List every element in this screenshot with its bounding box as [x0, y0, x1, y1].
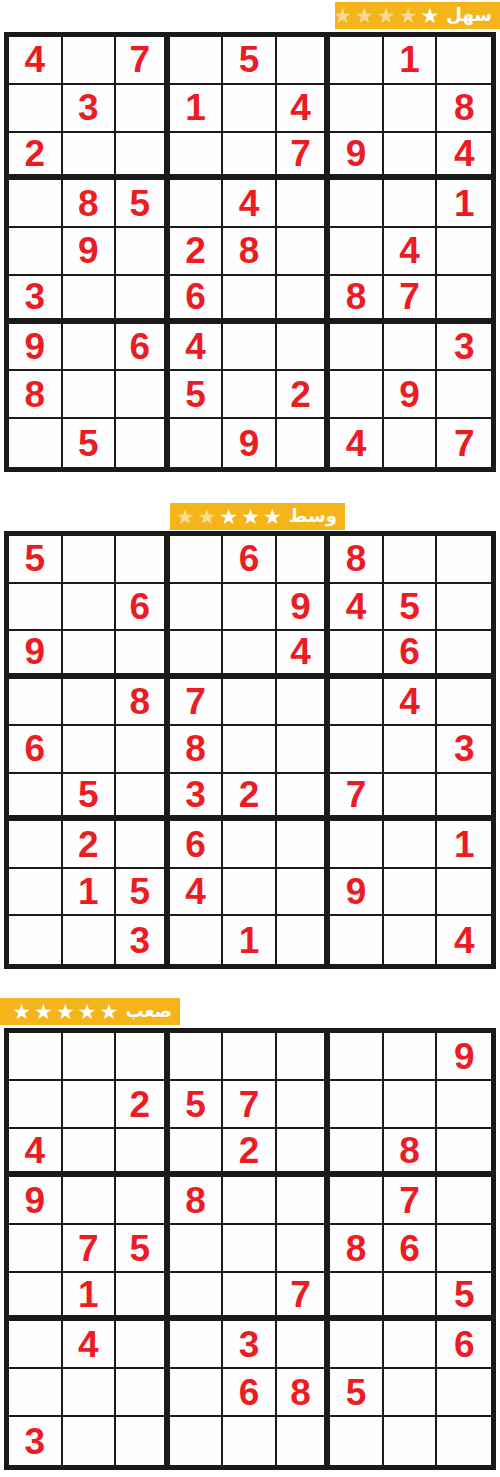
sudoku-board-easy: 475131482794854192843687964385295947: [4, 32, 496, 472]
sudoku-cell-empty[interactable]: [116, 1321, 170, 1369]
sudoku-cell-empty[interactable]: [437, 1225, 491, 1273]
sudoku-cell-given[interactable]: 2: [277, 371, 331, 419]
sudoku-cell-empty[interactable]: [170, 180, 224, 228]
sudoku-cell-given[interactable]: 5: [63, 774, 117, 822]
star-icon: ★: [78, 1001, 97, 1022]
sudoku-cell-given[interactable]: 8: [437, 85, 491, 133]
sudoku-cell-empty[interactable]: [63, 371, 117, 419]
sudoku-cell-empty[interactable]: [9, 1321, 63, 1369]
sudoku-cell-given[interactable]: 5: [116, 869, 170, 917]
sudoku-cell-given[interactable]: 9: [9, 324, 63, 372]
star-icon: ★: [333, 5, 352, 26]
sudoku-cell-empty[interactable]: [277, 679, 331, 727]
sudoku-cell-given[interactable]: 3: [9, 276, 63, 324]
sudoku-cell-given[interactable]: 2: [170, 228, 224, 276]
sudoku-cell-given[interactable]: 8: [330, 1225, 384, 1273]
star-icon: ★: [34, 1001, 53, 1022]
sudoku-cell-given[interactable]: 9: [384, 371, 438, 419]
sudoku-cell-empty[interactable]: [437, 774, 491, 822]
sudoku-cell-empty[interactable]: [170, 1129, 224, 1177]
sudoku-cell-given[interactable]: 8: [9, 371, 63, 419]
sudoku-cell-empty[interactable]: [63, 1369, 117, 1417]
sudoku-cell-empty[interactable]: [9, 180, 63, 228]
sudoku-cell-given[interactable]: 5: [384, 584, 438, 632]
sudoku-cell-empty[interactable]: [277, 37, 331, 85]
sudoku-cell-empty[interactable]: [170, 916, 224, 964]
sudoku-cell-given[interactable]: 1: [63, 869, 117, 917]
sudoku-cell-given[interactable]: 3: [63, 85, 117, 133]
star-icon: ★: [176, 506, 195, 527]
sudoku-cell-empty[interactable]: [116, 371, 170, 419]
sudoku-cell-empty[interactable]: [116, 228, 170, 276]
sudoku-cell-given[interactable]: 7: [384, 1177, 438, 1225]
sudoku-cell-given[interactable]: 2: [223, 1129, 277, 1177]
sudoku-cell-empty[interactable]: [223, 584, 277, 632]
sudoku-cell-empty[interactable]: [330, 916, 384, 964]
sudoku-cell-empty[interactable]: [116, 726, 170, 774]
sudoku-cell-empty[interactable]: [116, 1369, 170, 1417]
sudoku-cell-empty[interactable]: [437, 536, 491, 584]
sudoku-cell-empty[interactable]: [437, 37, 491, 85]
star-icon: ★: [12, 1001, 31, 1022]
difficulty-banner-medium: ★★★★★ وسط: [170, 503, 345, 530]
sudoku-cell-empty[interactable]: [223, 1273, 277, 1321]
sudoku-cell-empty[interactable]: [277, 536, 331, 584]
sudoku-cell-given[interactable]: 6: [116, 324, 170, 372]
sudoku-cell-empty[interactable]: [277, 324, 331, 372]
sudoku-cell-given[interactable]: 5: [223, 37, 277, 85]
sudoku-cell-given[interactable]: 9: [277, 584, 331, 632]
sudoku-board-medium: 568694594687468353272611549314: [4, 531, 496, 969]
sudoku-cell-given[interactable]: 2: [63, 821, 117, 869]
star-icon: ★: [56, 1001, 75, 1022]
sudoku-cell-empty[interactable]: [170, 584, 224, 632]
sudoku-cell-given[interactable]: 5: [437, 1273, 491, 1321]
star-icon: ★: [421, 5, 440, 26]
sudoku-cell-empty[interactable]: [223, 1177, 277, 1225]
sudoku-cell-given[interactable]: 7: [437, 419, 491, 467]
sudoku-cell-empty[interactable]: [277, 916, 331, 964]
sudoku-cell-given[interactable]: 4: [277, 85, 331, 133]
sudoku-cell-given[interactable]: 6: [223, 536, 277, 584]
sudoku-cell-empty[interactable]: [277, 821, 331, 869]
sudoku-cell-empty[interactable]: [277, 1129, 331, 1177]
sudoku-cell-empty[interactable]: [384, 85, 438, 133]
sudoku-cell-given[interactable]: 9: [9, 631, 63, 679]
sudoku-cell-empty[interactable]: [223, 276, 277, 324]
sudoku-cell-empty[interactable]: [277, 1177, 331, 1225]
star-icon: ★: [377, 5, 396, 26]
sudoku-cell-empty[interactable]: [63, 1033, 117, 1081]
sudoku-cell-empty[interactable]: [63, 916, 117, 964]
sudoku-cell-empty[interactable]: [63, 1081, 117, 1129]
sudoku-cell-given[interactable]: 8: [277, 1369, 331, 1417]
sudoku-cell-empty[interactable]: [330, 1033, 384, 1081]
sudoku-cell-empty[interactable]: [330, 1081, 384, 1129]
sudoku-cell-given[interactable]: 9: [437, 1033, 491, 1081]
difficulty-stars: ★★★★★: [176, 506, 282, 527]
sudoku-cell-given[interactable]: 4: [277, 631, 331, 679]
sudoku-cell-empty[interactable]: [223, 371, 277, 419]
sudoku-cell-given[interactable]: 1: [63, 1273, 117, 1321]
sudoku-cell-empty[interactable]: [384, 1273, 438, 1321]
sudoku-cell-empty[interactable]: [9, 1033, 63, 1081]
star-icon: ★: [355, 5, 374, 26]
sudoku-cell-empty[interactable]: [9, 85, 63, 133]
sudoku-cell-empty[interactable]: [384, 133, 438, 181]
sudoku-cell-empty[interactable]: [330, 1273, 384, 1321]
sudoku-cell-empty[interactable]: [384, 1417, 438, 1465]
sudoku-cell-empty[interactable]: [170, 536, 224, 584]
sudoku-cell-empty[interactable]: [9, 419, 63, 467]
sudoku-cell-empty[interactable]: [223, 821, 277, 869]
sudoku-cell-empty[interactable]: [170, 1273, 224, 1321]
sudoku-cell-given[interactable]: 8: [330, 536, 384, 584]
sudoku-cell-given[interactable]: 1: [170, 85, 224, 133]
sudoku-cell-given[interactable]: 9: [330, 133, 384, 181]
sudoku-cell-given[interactable]: 5: [116, 180, 170, 228]
sudoku-cell-given[interactable]: 3: [9, 1417, 63, 1465]
sudoku-cell-empty[interactable]: [437, 679, 491, 727]
sudoku-cell-given[interactable]: 5: [116, 1225, 170, 1273]
sudoku-cell-given[interactable]: 7: [116, 37, 170, 85]
sudoku-cell-given[interactable]: 8: [170, 726, 224, 774]
difficulty-label: صعب: [125, 1002, 172, 1022]
sudoku-cell-empty[interactable]: [170, 419, 224, 467]
sudoku-cell-empty[interactable]: [63, 726, 117, 774]
sudoku-cell-empty[interactable]: [330, 1177, 384, 1225]
sudoku-cell-empty[interactable]: [384, 821, 438, 869]
sudoku-cell-given[interactable]: 4: [9, 1129, 63, 1177]
sudoku-board-hard: 925742898775861754366853: [4, 1028, 496, 1470]
sudoku-cell-empty[interactable]: [384, 324, 438, 372]
sudoku-cell-empty[interactable]: [116, 85, 170, 133]
sudoku-cell-given[interactable]: 4: [63, 1321, 117, 1369]
sudoku-cell-empty[interactable]: [63, 324, 117, 372]
sudoku-cell-empty[interactable]: [437, 276, 491, 324]
sudoku-cell-given[interactable]: 7: [330, 774, 384, 822]
sudoku-cell-empty[interactable]: [116, 1177, 170, 1225]
sudoku-cell-empty[interactable]: [277, 774, 331, 822]
sudoku-cell-empty[interactable]: [437, 1081, 491, 1129]
sudoku-cell-empty[interactable]: [330, 85, 384, 133]
sudoku-cell-given[interactable]: 2: [223, 774, 277, 822]
sudoku-cell-given[interactable]: 6: [384, 1225, 438, 1273]
sudoku-cell-empty[interactable]: [437, 1129, 491, 1177]
sudoku-cell-empty[interactable]: [384, 536, 438, 584]
sudoku-cell-given[interactable]: 4: [437, 133, 491, 181]
sudoku-cell-empty[interactable]: [437, 1417, 491, 1465]
sudoku-cell-given[interactable]: 3: [437, 726, 491, 774]
sudoku-cell-empty[interactable]: [330, 821, 384, 869]
sudoku-cell-empty[interactable]: [330, 228, 384, 276]
sudoku-cell-empty[interactable]: [116, 631, 170, 679]
sudoku-cell-empty[interactable]: [223, 631, 277, 679]
sudoku-cell-empty[interactable]: [384, 916, 438, 964]
sudoku-cell-empty[interactable]: [63, 536, 117, 584]
sudoku-cell-empty[interactable]: [437, 631, 491, 679]
sudoku-cell-empty[interactable]: [330, 324, 384, 372]
sudoku-cell-empty[interactable]: [277, 1417, 331, 1465]
sudoku-cell-empty[interactable]: [437, 584, 491, 632]
sudoku-cell-given[interactable]: 6: [170, 276, 224, 324]
sudoku-cell-given[interactable]: 6: [116, 584, 170, 632]
sudoku-cell-given[interactable]: 7: [277, 1273, 331, 1321]
sudoku-cell-empty[interactable]: [63, 1177, 117, 1225]
sudoku-cell-empty[interactable]: [170, 1417, 224, 1465]
star-icon: ★: [100, 1001, 119, 1022]
sudoku-cell-empty[interactable]: [63, 584, 117, 632]
sudoku-cell-given[interactable]: 8: [330, 276, 384, 324]
sudoku-cell-empty[interactable]: [116, 821, 170, 869]
sudoku-cell-empty[interactable]: [384, 419, 438, 467]
sudoku-cell-empty[interactable]: [170, 1225, 224, 1273]
sudoku-cell-given[interactable]: 7: [277, 133, 331, 181]
sudoku-cell-given[interactable]: 5: [9, 536, 63, 584]
sudoku-cell-empty[interactable]: [223, 1033, 277, 1081]
sudoku-cell-empty[interactable]: [223, 1225, 277, 1273]
sudoku-cell-given[interactable]: 9: [330, 869, 384, 917]
difficulty-label: سهل: [446, 6, 492, 26]
sudoku-cell-empty[interactable]: [330, 1417, 384, 1465]
sudoku-cell-given[interactable]: 4: [9, 37, 63, 85]
sudoku-cell-given[interactable]: 9: [63, 228, 117, 276]
sudoku-cell-given[interactable]: 1: [437, 180, 491, 228]
sudoku-cell-given[interactable]: 7: [170, 679, 224, 727]
sudoku-cell-empty[interactable]: [9, 679, 63, 727]
sudoku-cell-given[interactable]: 4: [384, 679, 438, 727]
sudoku-cell-given[interactable]: 4: [330, 419, 384, 467]
sudoku-cell-empty[interactable]: [277, 1033, 331, 1081]
sudoku-cell-empty[interactable]: [116, 536, 170, 584]
sudoku-cell-empty[interactable]: [9, 1081, 63, 1129]
sudoku-cell-empty[interactable]: [277, 726, 331, 774]
sudoku-cell-empty[interactable]: [277, 869, 331, 917]
sudoku-cell-empty[interactable]: [116, 276, 170, 324]
difficulty-stars: ★★★★★: [333, 5, 439, 26]
sudoku-page: { "game": "sudoku", "icons": { "star": "…: [0, 0, 500, 1477]
sudoku-cell-given[interactable]: 6: [170, 821, 224, 869]
sudoku-cell-empty[interactable]: [63, 631, 117, 679]
sudoku-cell-given[interactable]: 6: [223, 1369, 277, 1417]
star-icon: ★: [399, 5, 418, 26]
sudoku-cell-given[interactable]: 4: [170, 324, 224, 372]
sudoku-cell-empty[interactable]: [9, 821, 63, 869]
sudoku-cell-empty[interactable]: [277, 1081, 331, 1129]
sudoku-cell-empty[interactable]: [63, 133, 117, 181]
sudoku-cell-empty[interactable]: [170, 1321, 224, 1369]
sudoku-cell-given[interactable]: 6: [437, 1321, 491, 1369]
sudoku-cell-empty[interactable]: [437, 1369, 491, 1417]
sudoku-cell-empty[interactable]: [223, 85, 277, 133]
sudoku-cell-given[interactable]: 7: [223, 1081, 277, 1129]
sudoku-cell-given[interactable]: 4: [330, 584, 384, 632]
sudoku-cell-empty[interactable]: [116, 1273, 170, 1321]
sudoku-cell-empty[interactable]: [277, 228, 331, 276]
sudoku-cell-empty[interactable]: [223, 679, 277, 727]
sudoku-cell-empty[interactable]: [330, 631, 384, 679]
sudoku-cell-empty[interactable]: [170, 631, 224, 679]
sudoku-cell-empty[interactable]: [9, 774, 63, 822]
sudoku-cell-empty[interactable]: [223, 324, 277, 372]
sudoku-cell-empty[interactable]: [223, 1417, 277, 1465]
sudoku-cell-empty[interactable]: [384, 180, 438, 228]
sudoku-cell-empty[interactable]: [116, 1129, 170, 1177]
sudoku-cell-given[interactable]: 5: [170, 371, 224, 419]
sudoku-cell-empty[interactable]: [170, 1369, 224, 1417]
sudoku-cell-empty[interactable]: [437, 228, 491, 276]
sudoku-cell-empty[interactable]: [9, 916, 63, 964]
difficulty-stars: ★★★★★: [12, 1001, 118, 1022]
sudoku-cell-empty[interactable]: [63, 276, 117, 324]
sudoku-cell-empty[interactable]: [116, 1033, 170, 1081]
sudoku-cell-empty[interactable]: [116, 774, 170, 822]
sudoku-cell-given[interactable]: 8: [170, 1177, 224, 1225]
sudoku-cell-given[interactable]: 4: [223, 180, 277, 228]
sudoku-cell-empty[interactable]: [223, 869, 277, 917]
sudoku-cell-empty[interactable]: [170, 1033, 224, 1081]
sudoku-cell-given[interactable]: 3: [437, 324, 491, 372]
sudoku-cell-empty[interactable]: [9, 1273, 63, 1321]
sudoku-cell-given[interactable]: 7: [63, 1225, 117, 1273]
sudoku-cell-empty[interactable]: [384, 774, 438, 822]
sudoku-cell-given[interactable]: 2: [116, 1081, 170, 1129]
sudoku-cell-given[interactable]: 8: [384, 1129, 438, 1177]
sudoku-cell-given[interactable]: 3: [116, 916, 170, 964]
sudoku-cell-empty[interactable]: [223, 726, 277, 774]
sudoku-cell-given[interactable]: 8: [223, 228, 277, 276]
difficulty-banner-hard: ★★★★★ صعب: [0, 998, 180, 1025]
sudoku-cell-empty[interactable]: [116, 1417, 170, 1465]
sudoku-cell-given[interactable]: 4: [384, 228, 438, 276]
sudoku-cell-empty[interactable]: [63, 1129, 117, 1177]
sudoku-cell-given[interactable]: 6: [9, 726, 63, 774]
sudoku-cell-given[interactable]: 8: [116, 679, 170, 727]
sudoku-cell-empty[interactable]: [63, 37, 117, 85]
sudoku-cell-given[interactable]: 5: [330, 1369, 384, 1417]
sudoku-cell-empty[interactable]: [277, 419, 331, 467]
sudoku-cell-empty[interactable]: [9, 1369, 63, 1417]
sudoku-cell-empty[interactable]: [384, 869, 438, 917]
sudoku-cell-empty[interactable]: [384, 1033, 438, 1081]
sudoku-cell-empty[interactable]: [384, 1081, 438, 1129]
sudoku-cell-empty[interactable]: [9, 869, 63, 917]
sudoku-cell-given[interactable]: 1: [384, 37, 438, 85]
sudoku-cell-empty[interactable]: [330, 180, 384, 228]
sudoku-cell-given[interactable]: 9: [9, 1177, 63, 1225]
sudoku-cell-given[interactable]: 1: [437, 821, 491, 869]
sudoku-cell-empty[interactable]: [170, 37, 224, 85]
sudoku-cell-empty[interactable]: [9, 228, 63, 276]
sudoku-cell-empty[interactable]: [330, 1129, 384, 1177]
sudoku-cell-given[interactable]: 3: [223, 1321, 277, 1369]
sudoku-cell-given[interactable]: 6: [384, 631, 438, 679]
sudoku-cell-empty[interactable]: [330, 726, 384, 774]
sudoku-cell-given[interactable]: 1: [223, 916, 277, 964]
sudoku-cell-empty[interactable]: [330, 371, 384, 419]
sudoku-cell-given[interactable]: 4: [170, 869, 224, 917]
sudoku-cell-empty[interactable]: [9, 584, 63, 632]
sudoku-cell-given[interactable]: 2: [9, 133, 63, 181]
sudoku-cell-empty[interactable]: [277, 1321, 331, 1369]
sudoku-cell-given[interactable]: 7: [384, 276, 438, 324]
sudoku-cell-empty[interactable]: [277, 180, 331, 228]
star-icon: ★: [241, 506, 260, 527]
sudoku-cell-empty[interactable]: [437, 1177, 491, 1225]
sudoku-cell-empty[interactable]: [277, 276, 331, 324]
sudoku-cell-given[interactable]: 9: [223, 419, 277, 467]
sudoku-cell-empty[interactable]: [63, 1417, 117, 1465]
sudoku-cell-empty[interactable]: [170, 133, 224, 181]
sudoku-cell-empty[interactable]: [277, 1225, 331, 1273]
sudoku-cell-empty[interactable]: [384, 1369, 438, 1417]
sudoku-cell-empty[interactable]: [384, 726, 438, 774]
sudoku-cell-given[interactable]: 5: [63, 419, 117, 467]
sudoku-cell-empty[interactable]: [223, 133, 277, 181]
star-icon: ★: [219, 506, 238, 527]
sudoku-cell-given[interactable]: 3: [170, 774, 224, 822]
sudoku-cell-empty[interactable]: [330, 679, 384, 727]
sudoku-cell-empty[interactable]: [384, 1321, 438, 1369]
sudoku-cell-empty[interactable]: [330, 1321, 384, 1369]
difficulty-label: وسط: [289, 507, 337, 527]
sudoku-cell-given[interactable]: 8: [63, 180, 117, 228]
sudoku-cell-given[interactable]: 5: [170, 1081, 224, 1129]
sudoku-cell-empty[interactable]: [437, 869, 491, 917]
sudoku-cell-empty[interactable]: [116, 419, 170, 467]
difficulty-banner-easy: ★★★★★ سهل: [335, 2, 500, 29]
sudoku-cell-empty[interactable]: [63, 679, 117, 727]
sudoku-cell-empty[interactable]: [116, 133, 170, 181]
star-icon: ★: [263, 506, 282, 527]
star-icon: ★: [198, 506, 217, 527]
sudoku-cell-empty[interactable]: [437, 371, 491, 419]
sudoku-cell-empty[interactable]: [330, 37, 384, 85]
sudoku-cell-empty[interactable]: [9, 1225, 63, 1273]
sudoku-cell-given[interactable]: 4: [437, 916, 491, 964]
